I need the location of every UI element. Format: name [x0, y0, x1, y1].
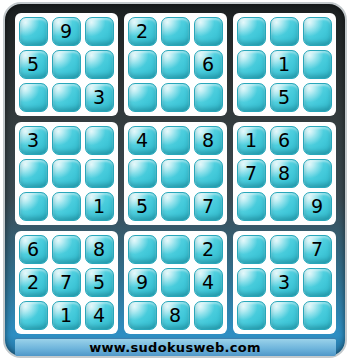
cell-r2c9[interactable] — [303, 50, 332, 79]
cell-r1c3[interactable] — [85, 17, 114, 46]
cell-r5c1[interactable] — [19, 159, 48, 188]
cell-r9c9[interactable] — [303, 301, 332, 330]
cell-r6c5[interactable] — [161, 192, 190, 221]
cell-r8c9[interactable] — [303, 268, 332, 297]
cell-r8c7[interactable] — [237, 268, 266, 297]
cell-r5c4[interactable] — [128, 159, 157, 188]
website-url: www.sudokusweb.com — [89, 340, 261, 355]
box-3-1: 6827514 — [15, 231, 118, 334]
cell-r8c6[interactable]: 4 — [194, 268, 223, 297]
cell-r3c9[interactable] — [303, 83, 332, 112]
cell-r3c5[interactable] — [161, 83, 190, 112]
cell-r4c7[interactable]: 1 — [237, 126, 266, 155]
cell-r4c2[interactable] — [52, 126, 81, 155]
cell-r1c2[interactable]: 9 — [52, 17, 81, 46]
cell-r8c4[interactable]: 9 — [128, 268, 157, 297]
cell-r8c2[interactable]: 7 — [52, 268, 81, 297]
cell-r6c4[interactable]: 5 — [128, 192, 157, 221]
cell-r8c8[interactable]: 3 — [270, 268, 299, 297]
cell-r1c5[interactable] — [161, 17, 190, 46]
cell-r1c4[interactable]: 2 — [128, 17, 157, 46]
cell-r3c7[interactable] — [237, 83, 266, 112]
cell-r4c1[interactable]: 3 — [19, 126, 48, 155]
cell-r3c6[interactable] — [194, 83, 223, 112]
cell-r7c1[interactable]: 6 — [19, 235, 48, 264]
cell-r9c5[interactable]: 8 — [161, 301, 190, 330]
cell-r7c6[interactable]: 2 — [194, 235, 223, 264]
cell-r5c9[interactable] — [303, 159, 332, 188]
cell-r3c4[interactable] — [128, 83, 157, 112]
cell-r6c9[interactable]: 9 — [303, 192, 332, 221]
cell-r9c1[interactable] — [19, 301, 48, 330]
cell-r3c3[interactable]: 3 — [85, 83, 114, 112]
cell-r6c1[interactable] — [19, 192, 48, 221]
cell-r2c6[interactable]: 6 — [194, 50, 223, 79]
screen: 9532615314857167896827514294873 www.sudo… — [0, 0, 350, 360]
cell-r7c4[interactable] — [128, 235, 157, 264]
cell-r7c8[interactable] — [270, 235, 299, 264]
cell-r5c6[interactable] — [194, 159, 223, 188]
board-frame: 9532615314857167896827514294873 www.sudo… — [3, 2, 347, 358]
cell-r7c7[interactable] — [237, 235, 266, 264]
cell-r1c8[interactable] — [270, 17, 299, 46]
cell-r3c2[interactable] — [52, 83, 81, 112]
cell-r9c7[interactable] — [237, 301, 266, 330]
cell-r4c8[interactable]: 6 — [270, 126, 299, 155]
cell-r7c5[interactable] — [161, 235, 190, 264]
cell-r3c8[interactable]: 5 — [270, 83, 299, 112]
cell-r4c5[interactable] — [161, 126, 190, 155]
cell-r9c3[interactable]: 4 — [85, 301, 114, 330]
cell-r5c8[interactable]: 8 — [270, 159, 299, 188]
box-1-3: 15 — [233, 13, 336, 116]
cell-r6c8[interactable] — [270, 192, 299, 221]
cell-r5c2[interactable] — [52, 159, 81, 188]
cell-r5c5[interactable] — [161, 159, 190, 188]
cell-r6c3[interactable]: 1 — [85, 192, 114, 221]
box-2-2: 4857 — [124, 122, 227, 225]
box-1-2: 26 — [124, 13, 227, 116]
cell-r6c7[interactable] — [237, 192, 266, 221]
cell-r9c8[interactable] — [270, 301, 299, 330]
cell-r1c1[interactable] — [19, 17, 48, 46]
cell-r4c6[interactable]: 8 — [194, 126, 223, 155]
box-3-3: 73 — [233, 231, 336, 334]
box-1-1: 953 — [15, 13, 118, 116]
cell-r9c6[interactable] — [194, 301, 223, 330]
cell-r6c2[interactable] — [52, 192, 81, 221]
cell-r2c4[interactable] — [128, 50, 157, 79]
cell-r7c3[interactable]: 8 — [85, 235, 114, 264]
box-2-1: 31 — [15, 122, 118, 225]
cell-r8c5[interactable] — [161, 268, 190, 297]
cell-r1c7[interactable] — [237, 17, 266, 46]
cell-r2c3[interactable] — [85, 50, 114, 79]
cell-r7c2[interactable] — [52, 235, 81, 264]
cell-r8c3[interactable]: 5 — [85, 268, 114, 297]
cell-r4c9[interactable] — [303, 126, 332, 155]
cell-r9c2[interactable]: 1 — [52, 301, 81, 330]
box-2-3: 16789 — [233, 122, 336, 225]
cell-r1c9[interactable] — [303, 17, 332, 46]
cell-r4c3[interactable] — [85, 126, 114, 155]
cell-r2c2[interactable] — [52, 50, 81, 79]
cell-r9c4[interactable] — [128, 301, 157, 330]
cell-r5c3[interactable] — [85, 159, 114, 188]
cell-r1c6[interactable] — [194, 17, 223, 46]
cell-r2c7[interactable] — [237, 50, 266, 79]
cell-r6c6[interactable]: 7 — [194, 192, 223, 221]
cell-r2c5[interactable] — [161, 50, 190, 79]
box-3-2: 2948 — [124, 231, 227, 334]
sudoku-board: 9532615314857167896827514294873 — [15, 13, 336, 334]
cell-r7c9[interactable]: 7 — [303, 235, 332, 264]
footer-bar: www.sudokusweb.com — [15, 338, 336, 356]
cell-r3c1[interactable] — [19, 83, 48, 112]
cell-r2c8[interactable]: 1 — [270, 50, 299, 79]
cell-r5c7[interactable]: 7 — [237, 159, 266, 188]
cell-r2c1[interactable]: 5 — [19, 50, 48, 79]
cell-r8c1[interactable]: 2 — [19, 268, 48, 297]
cell-r4c4[interactable]: 4 — [128, 126, 157, 155]
